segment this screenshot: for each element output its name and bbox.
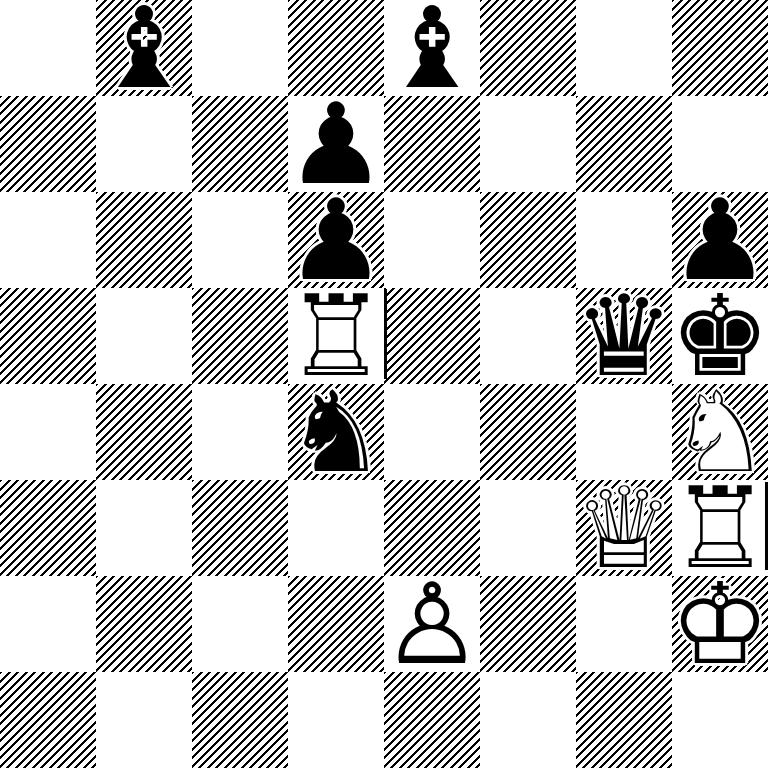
square-g2[interactable] (576, 576, 672, 672)
piece-black-king: ♚ (672, 288, 768, 384)
square-e6[interactable] (384, 192, 480, 288)
square-g5[interactable]: ♛ (576, 288, 672, 384)
piece-white-knight-fill: ♞ (672, 384, 768, 480)
piece-white-rook-fill: ♜ (672, 480, 768, 576)
square-g1[interactable] (576, 672, 672, 768)
piece-white-knight: ♘ (672, 384, 768, 480)
piece-white-queen-fill: ♛ (576, 480, 672, 576)
square-e2[interactable]: ♟♙ (384, 576, 480, 672)
white-rook-right-edge-line (384, 289, 387, 379)
piece-black-pawn: ♟ (288, 192, 384, 288)
piece-black-knight: ♞ (288, 384, 384, 480)
square-d3[interactable] (288, 480, 384, 576)
square-f5[interactable] (480, 288, 576, 384)
square-c3[interactable] (192, 480, 288, 576)
square-d1[interactable] (288, 672, 384, 768)
square-e4[interactable] (384, 384, 480, 480)
square-c1[interactable] (192, 672, 288, 768)
square-c5[interactable] (192, 288, 288, 384)
square-c7[interactable] (192, 96, 288, 192)
square-e8[interactable]: ♝ (384, 0, 480, 96)
square-a2[interactable] (0, 576, 96, 672)
square-a1[interactable] (0, 672, 96, 768)
square-a6[interactable] (0, 192, 96, 288)
square-b4[interactable] (96, 384, 192, 480)
square-g8[interactable] (576, 0, 672, 96)
square-h1[interactable] (672, 672, 768, 768)
square-g7[interactable] (576, 96, 672, 192)
square-h6[interactable]: ♟ (672, 192, 768, 288)
square-b8[interactable]: ♝ (96, 0, 192, 96)
chess-board: ♝♝♟♟♟♜♖♛♚♞♞♘♛♕♜♖♟♙♚♔ (0, 0, 768, 768)
square-f1[interactable] (480, 672, 576, 768)
square-h5[interactable]: ♚ (672, 288, 768, 384)
square-c8[interactable] (192, 0, 288, 96)
square-g6[interactable] (576, 192, 672, 288)
square-f4[interactable] (480, 384, 576, 480)
square-e5[interactable] (384, 288, 480, 384)
piece-white-queen: ♕ (576, 480, 672, 576)
square-f6[interactable] (480, 192, 576, 288)
piece-black-bishop: ♝ (384, 0, 480, 96)
piece-black-pawn: ♟ (288, 96, 384, 192)
square-b3[interactable] (96, 480, 192, 576)
piece-white-pawn: ♙ (384, 576, 480, 672)
square-d2[interactable] (288, 576, 384, 672)
square-e1[interactable] (384, 672, 480, 768)
square-b1[interactable] (96, 672, 192, 768)
square-a5[interactable] (0, 288, 96, 384)
square-h3[interactable]: ♜♖ (672, 480, 768, 576)
square-e3[interactable] (384, 480, 480, 576)
square-f2[interactable] (480, 576, 576, 672)
square-h4[interactable]: ♞♘ (672, 384, 768, 480)
square-a3[interactable] (0, 480, 96, 576)
square-c4[interactable] (192, 384, 288, 480)
square-b6[interactable] (96, 192, 192, 288)
square-c2[interactable] (192, 576, 288, 672)
square-f8[interactable] (480, 0, 576, 96)
square-c6[interactable] (192, 192, 288, 288)
square-d6[interactable]: ♟ (288, 192, 384, 288)
piece-white-rook-fill: ♜ (288, 288, 384, 384)
piece-white-king: ♔ (672, 576, 768, 672)
square-g3[interactable]: ♛♕ (576, 480, 672, 576)
square-b7[interactable] (96, 96, 192, 192)
square-e7[interactable] (384, 96, 480, 192)
square-d4[interactable]: ♞ (288, 384, 384, 480)
square-f3[interactable] (480, 480, 576, 576)
square-b2[interactable] (96, 576, 192, 672)
square-h8[interactable] (672, 0, 768, 96)
piece-white-rook: ♖ (288, 288, 384, 384)
piece-black-queen: ♛ (576, 288, 672, 384)
square-g4[interactable] (576, 384, 672, 480)
square-d5[interactable]: ♜♖ (288, 288, 384, 384)
square-d7[interactable]: ♟ (288, 96, 384, 192)
piece-white-rook: ♖ (672, 480, 768, 576)
square-a8[interactable] (0, 0, 96, 96)
square-h2[interactable]: ♚♔ (672, 576, 768, 672)
piece-white-pawn-fill: ♟ (384, 576, 480, 672)
square-f7[interactable] (480, 96, 576, 192)
piece-black-bishop: ♝ (96, 0, 192, 96)
square-a4[interactable] (0, 384, 96, 480)
piece-white-king-fill: ♚ (672, 576, 768, 672)
square-d8[interactable] (288, 0, 384, 96)
square-b5[interactable] (96, 288, 192, 384)
piece-black-pawn: ♟ (672, 192, 768, 288)
square-a7[interactable] (0, 96, 96, 192)
square-h7[interactable] (672, 96, 768, 192)
